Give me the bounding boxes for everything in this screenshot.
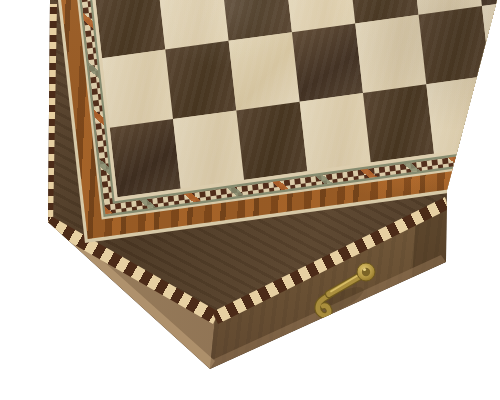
square-e1 <box>363 84 434 162</box>
square-a3 <box>94 0 165 58</box>
brass-latch-icon <box>299 252 384 324</box>
square-e2 <box>355 15 426 93</box>
square-c1 <box>236 102 307 180</box>
chess-board <box>0 0 500 400</box>
square-c2 <box>229 32 300 110</box>
square-a1 <box>110 119 181 197</box>
square-f1 <box>426 75 497 153</box>
square-b1 <box>173 110 244 188</box>
square-d2 <box>292 23 363 101</box>
square-f2 <box>419 6 490 84</box>
square-g1 <box>490 67 500 145</box>
square-g2 <box>482 0 500 75</box>
square-b2 <box>165 41 236 119</box>
square-d1 <box>300 93 371 171</box>
page-background <box>0 0 500 400</box>
square-a2 <box>102 50 173 128</box>
